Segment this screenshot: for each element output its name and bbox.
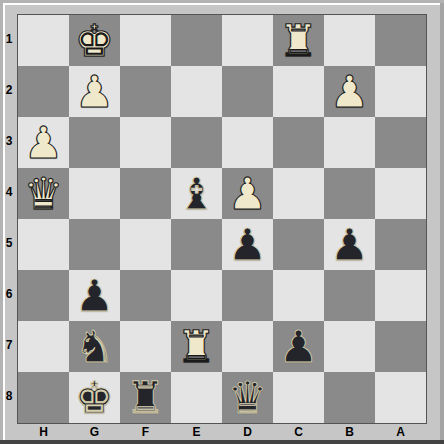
square-h6[interactable] (18, 270, 69, 321)
square-e4[interactable]: ♝ (171, 168, 222, 219)
square-f1[interactable] (120, 15, 171, 66)
black-queen: ♛ (222, 372, 273, 423)
square-c8[interactable] (273, 372, 324, 423)
square-e7[interactable]: ♜ (171, 321, 222, 372)
square-a7[interactable] (375, 321, 426, 372)
frame-shadow-bottom (0, 440, 444, 444)
square-e1[interactable] (171, 15, 222, 66)
file-label-e: E (171, 425, 222, 440)
black-bishop: ♝ (171, 168, 222, 219)
white-king: ♚ (69, 15, 120, 66)
square-f3[interactable] (120, 117, 171, 168)
rank-label-3: 3 (2, 116, 16, 167)
square-b5[interactable]: ♟ (324, 219, 375, 270)
square-h1[interactable] (18, 15, 69, 66)
square-a1[interactable] (375, 15, 426, 66)
square-h2[interactable] (18, 66, 69, 117)
white-pawn: ♟ (69, 66, 120, 117)
square-e2[interactable] (171, 66, 222, 117)
white-rook: ♜ (171, 321, 222, 372)
square-g6[interactable]: ♟ (69, 270, 120, 321)
file-label-f: F (120, 425, 171, 440)
square-c6[interactable] (273, 270, 324, 321)
square-a6[interactable] (375, 270, 426, 321)
square-g7[interactable]: ♞ (69, 321, 120, 372)
square-h5[interactable] (18, 219, 69, 270)
square-c4[interactable] (273, 168, 324, 219)
square-b1[interactable] (324, 15, 375, 66)
black-rook: ♜ (120, 372, 171, 423)
square-c2[interactable] (273, 66, 324, 117)
white-rook: ♜ (273, 15, 324, 66)
file-label-g: G (69, 425, 120, 440)
white-pawn: ♟ (18, 117, 69, 168)
square-b4[interactable] (324, 168, 375, 219)
square-e8[interactable] (171, 372, 222, 423)
square-g1[interactable]: ♚ (69, 15, 120, 66)
rank-label-8: 8 (2, 371, 16, 422)
square-f2[interactable] (120, 66, 171, 117)
square-f5[interactable] (120, 219, 171, 270)
square-f8[interactable]: ♜ (120, 372, 171, 423)
square-h7[interactable] (18, 321, 69, 372)
rank-label-1: 1 (2, 14, 16, 65)
square-d5[interactable]: ♟ (222, 219, 273, 270)
square-a4[interactable] (375, 168, 426, 219)
white-queen: ♛ (18, 168, 69, 219)
square-c3[interactable] (273, 117, 324, 168)
square-d7[interactable] (222, 321, 273, 372)
white-pawn: ♟ (324, 66, 375, 117)
square-b8[interactable] (324, 372, 375, 423)
rank-label-5: 5 (2, 218, 16, 269)
square-f6[interactable] (120, 270, 171, 321)
square-c7[interactable]: ♟ (273, 321, 324, 372)
square-a3[interactable] (375, 117, 426, 168)
file-label-d: D (222, 425, 273, 440)
square-d6[interactable] (222, 270, 273, 321)
square-e6[interactable] (171, 270, 222, 321)
square-c5[interactable] (273, 219, 324, 270)
square-g8[interactable]: ♚ (69, 372, 120, 423)
white-pawn: ♟ (222, 168, 273, 219)
square-b6[interactable] (324, 270, 375, 321)
rank-label-4: 4 (2, 167, 16, 218)
file-label-h: H (18, 425, 69, 440)
rank-label-6: 6 (2, 269, 16, 320)
square-g2[interactable]: ♟ (69, 66, 120, 117)
black-king: ♚ (69, 372, 120, 423)
square-h3[interactable]: ♟ (18, 117, 69, 168)
square-g4[interactable] (69, 168, 120, 219)
file-label-b: B (324, 425, 375, 440)
black-pawn: ♟ (273, 321, 324, 372)
black-pawn: ♟ (222, 219, 273, 270)
rank-label-7: 7 (2, 320, 16, 371)
black-pawn: ♟ (69, 270, 120, 321)
square-e3[interactable] (171, 117, 222, 168)
square-b3[interactable] (324, 117, 375, 168)
square-a8[interactable] (375, 372, 426, 423)
square-d1[interactable] (222, 15, 273, 66)
square-f7[interactable] (120, 321, 171, 372)
square-a2[interactable] (375, 66, 426, 117)
black-pawn: ♟ (324, 219, 375, 270)
black-knight: ♞ (69, 321, 120, 372)
square-h8[interactable] (18, 372, 69, 423)
square-d8[interactable]: ♛ (222, 372, 273, 423)
square-d4[interactable]: ♟ (222, 168, 273, 219)
chess-board: ♚♜♟♟♟♛♝♟♟♟♟♞♜♟♚♜♛ (17, 14, 427, 424)
square-b2[interactable]: ♟ (324, 66, 375, 117)
square-c1[interactable]: ♜ (273, 15, 324, 66)
square-d3[interactable] (222, 117, 273, 168)
square-g3[interactable] (69, 117, 120, 168)
file-label-c: C (273, 425, 324, 440)
file-label-a: A (375, 425, 426, 440)
square-f4[interactable] (120, 168, 171, 219)
square-e5[interactable] (171, 219, 222, 270)
square-a5[interactable] (375, 219, 426, 270)
square-b7[interactable] (324, 321, 375, 372)
rank-label-2: 2 (2, 65, 16, 116)
square-d2[interactable] (222, 66, 273, 117)
chess-board-panel: 12345678 HGFEDCBA ♚♜♟♟♟♛♝♟♟♟♟♞♜♟♚♜♛ (0, 0, 444, 444)
square-g5[interactable] (69, 219, 120, 270)
frame-highlight-top (3, 3, 440, 5)
square-h4[interactable]: ♛ (18, 168, 69, 219)
frame-shadow-right (440, 3, 444, 440)
